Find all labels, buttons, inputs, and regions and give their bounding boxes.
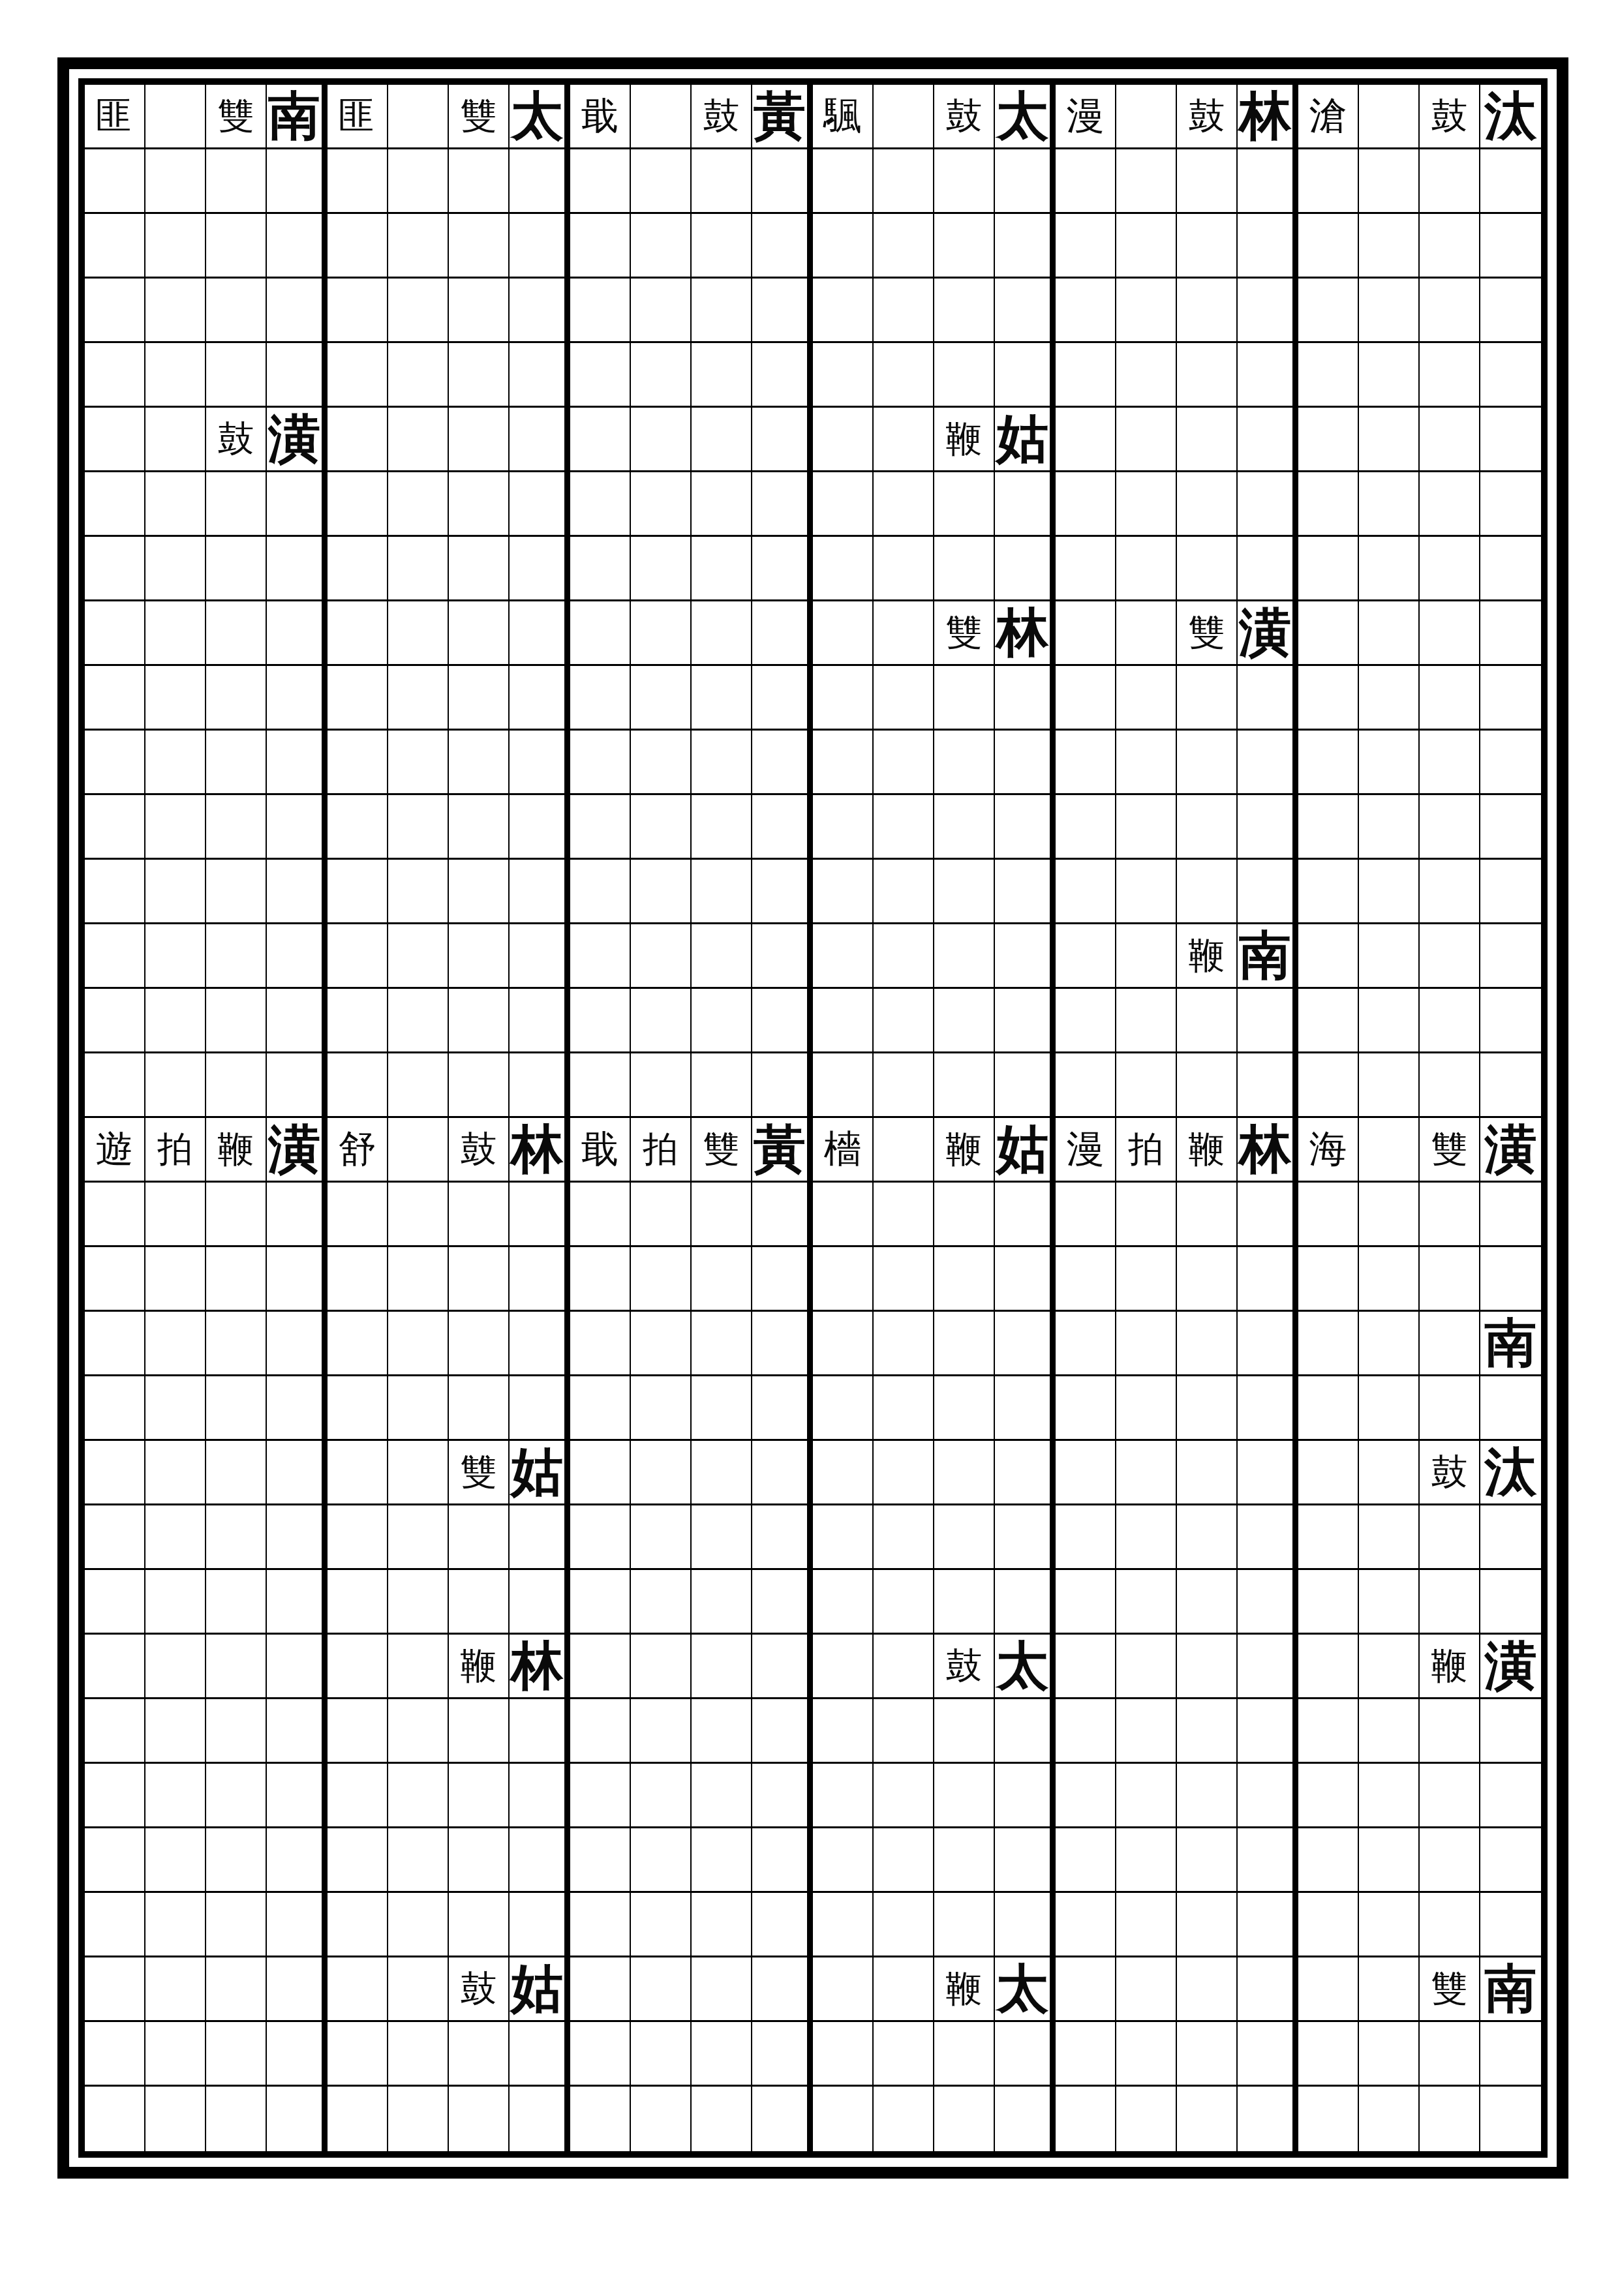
jeonggan-cell xyxy=(449,731,510,795)
jeonggan-cell xyxy=(145,1699,206,1764)
jeonggan-cell xyxy=(145,1505,206,1570)
jeonggan-cell: 雙 xyxy=(934,601,995,666)
jeonggan-cell xyxy=(1298,1635,1359,1699)
jeonggan-cell xyxy=(813,1376,874,1441)
jeonggan-cell xyxy=(631,85,692,149)
jeonggan-cell xyxy=(1056,2022,1116,2087)
yul-glyph: 汰 xyxy=(1485,90,1537,142)
jeonggan-cell xyxy=(1420,343,1480,408)
jeonggan-cell xyxy=(631,924,692,989)
jeonggan-cell xyxy=(752,1764,813,1828)
jeonggan-cell xyxy=(1116,989,1177,1053)
jeonggan-cell xyxy=(1177,279,1238,343)
jeonggan-cell xyxy=(570,408,631,472)
jeonggan-cell xyxy=(510,279,570,343)
jeonggan-cell xyxy=(995,731,1056,795)
jeonggan-cell xyxy=(934,1505,995,1570)
jeonggan-cell xyxy=(1177,1828,1238,1893)
jeonggan-cell xyxy=(145,1247,206,1312)
jeonggan-cell xyxy=(510,1312,570,1376)
jeonggan-cell xyxy=(145,1053,206,1118)
jeonggan-cell xyxy=(206,795,267,860)
jeonggan-cell xyxy=(1116,537,1177,601)
jeonggan-cell xyxy=(328,1699,388,1764)
jeonggan-cell: 颿 xyxy=(813,85,874,149)
jeonggan-cell xyxy=(85,214,145,279)
yul-glyph: 林 xyxy=(511,1123,563,1175)
jeonggan-cell xyxy=(1056,1183,1116,1247)
jeonggan-cell xyxy=(995,1376,1056,1441)
jeonggan-cell xyxy=(206,1893,267,1957)
jeonggan-cell xyxy=(570,666,631,731)
inner-frame: 匪雙南匪雙太戢鼓黃颿鼓太漫鼓林滄鼓汰鼓潢鞭姑雙林雙潢鞭南遊拍鞭潢舒鼓林戢拍雙黃檣… xyxy=(78,78,1548,2158)
jeonggan-cell xyxy=(206,537,267,601)
jeonggan-cell xyxy=(449,343,510,408)
jeonggan-cell xyxy=(388,472,449,537)
jeonggan-cell xyxy=(1238,1699,1298,1764)
jeonggan-cell: 雙 xyxy=(206,85,267,149)
jeonggan-cell xyxy=(995,537,1056,601)
jeonggan-cell xyxy=(449,1893,510,1957)
yul-glyph: 太 xyxy=(511,90,563,142)
jeonggan-cell xyxy=(1238,1376,1298,1441)
jeonggan-cell xyxy=(1116,149,1177,214)
jeonggan-cell xyxy=(813,1828,874,1893)
jeonggan-cell xyxy=(752,149,813,214)
jeonggan-cell: 鼓 xyxy=(1420,1441,1480,1505)
jeonggan-cell xyxy=(1116,1764,1177,1828)
jeonggan-cell xyxy=(570,989,631,1053)
jeonggan-cell xyxy=(206,2022,267,2087)
jeonggan-cell xyxy=(1298,1764,1359,1828)
jeonggan-cell xyxy=(388,149,449,214)
jeonggan-cell xyxy=(510,1764,570,1828)
jeonggan-cell xyxy=(874,860,934,924)
jeonggan-cell xyxy=(388,1505,449,1570)
jeonggan-cell xyxy=(1056,1505,1116,1570)
jeonggan-cell xyxy=(85,149,145,214)
janggu-glyph: 雙 xyxy=(1189,614,1225,651)
jeonggan-cell xyxy=(1238,666,1298,731)
jeonggan-cell xyxy=(570,731,631,795)
jeonggan-cell xyxy=(631,343,692,408)
janggu-glyph: 鼓 xyxy=(703,98,740,134)
jeonggan-cell xyxy=(206,1764,267,1828)
jeonggan-cell xyxy=(631,149,692,214)
jeonggan-cell xyxy=(1480,472,1541,537)
jeonggan-cell xyxy=(449,1570,510,1635)
jeonggan-cell xyxy=(995,1441,1056,1505)
jeonggan-cell xyxy=(1420,1764,1480,1828)
jeonggan-cell xyxy=(85,1183,145,1247)
jeonggan-cell xyxy=(510,731,570,795)
jeonggan-cell xyxy=(752,2022,813,2087)
jeonggan-cell xyxy=(388,1635,449,1699)
jeonggan-cell xyxy=(267,860,328,924)
jeonggan-cell xyxy=(631,1247,692,1312)
jeonggan-cell xyxy=(874,408,934,472)
jeonggan-cell xyxy=(510,2022,570,2087)
jeonggan-cell xyxy=(1359,1957,1420,2022)
jeonggan-cell xyxy=(1298,2087,1359,2151)
janggu-glyph: 鼓 xyxy=(946,98,983,134)
jeonggan-cell xyxy=(1480,1699,1541,1764)
jeonggan-cell xyxy=(449,1376,510,1441)
jeonggan-cell xyxy=(752,537,813,601)
jeonggan-cell xyxy=(813,408,874,472)
yul-glyph: 南 xyxy=(1239,929,1291,982)
jeonggan-cell xyxy=(1298,1441,1359,1505)
jeonggan-cell xyxy=(145,149,206,214)
jeonggan-cell: 鞭 xyxy=(1177,924,1238,989)
jeonggan-cell xyxy=(1359,989,1420,1053)
jeonggan-cell xyxy=(1359,666,1420,731)
jeonggan-cell xyxy=(1116,1828,1177,1893)
jeonggan-cell xyxy=(328,1635,388,1699)
jeonggan-cell xyxy=(934,1570,995,1635)
jeonggan-cell xyxy=(934,795,995,860)
jeonggan-cell xyxy=(85,537,145,601)
jeonggan-cell xyxy=(206,1635,267,1699)
jeonggan-cell xyxy=(85,1699,145,1764)
lyric-glyph: 舒 xyxy=(339,1130,376,1168)
jeonggan-cell xyxy=(1480,2022,1541,2087)
jeonggan-cell xyxy=(388,989,449,1053)
jeonggan-cell xyxy=(1480,860,1541,924)
jeonggan-cell xyxy=(328,472,388,537)
janggu-glyph: 鼓 xyxy=(946,1648,983,1684)
jeonggan-cell xyxy=(1116,1053,1177,1118)
jeonggan-cell xyxy=(1056,1764,1116,1828)
jeonggan-cell xyxy=(1420,2022,1480,2087)
jeonggan-cell xyxy=(328,1183,388,1247)
yul-glyph: 太 xyxy=(996,90,1048,142)
yul-glyph: 黃 xyxy=(754,1123,806,1175)
jeonggan-cell xyxy=(813,1635,874,1699)
jeonggan-cell xyxy=(692,1053,752,1118)
jeonggan-cell xyxy=(145,860,206,924)
jeonggan-cell xyxy=(874,924,934,989)
jeonggan-cell xyxy=(206,1183,267,1247)
jeonggan-cell xyxy=(692,1183,752,1247)
jeonggan-cell xyxy=(328,1570,388,1635)
jeonggan-cell xyxy=(510,1247,570,1312)
jeonggan-cell xyxy=(145,1893,206,1957)
jeonggan-cell xyxy=(692,1376,752,1441)
jeonggan-cell: 南 xyxy=(1238,924,1298,989)
jeonggan-cell xyxy=(874,537,934,601)
jeonggan-cell xyxy=(1480,1570,1541,1635)
yul-glyph: 林 xyxy=(1239,1123,1291,1175)
jeonggan-cell xyxy=(813,2022,874,2087)
jeonggan-cell xyxy=(449,666,510,731)
jeonggan-cell xyxy=(570,279,631,343)
lyric-glyph: 匪 xyxy=(339,97,376,135)
jeonggan-cell xyxy=(874,1699,934,1764)
jeonggan-cell xyxy=(267,214,328,279)
jeonggan-cell xyxy=(85,472,145,537)
jeonggan-cell xyxy=(874,1183,934,1247)
jeonggan-cell xyxy=(1298,1247,1359,1312)
jeonggan-cell xyxy=(449,601,510,666)
jeonggan-cell xyxy=(388,279,449,343)
jeonggan-cell xyxy=(995,924,1056,989)
jeonggan-cell xyxy=(1116,343,1177,408)
jeonggan-cell xyxy=(328,408,388,472)
jeonggan-cell xyxy=(934,1699,995,1764)
jeonggan-cell xyxy=(1238,1570,1298,1635)
jeonggan-cell xyxy=(145,2022,206,2087)
yul-glyph: 南 xyxy=(1485,1963,1537,2015)
jeonggan-cell xyxy=(752,1312,813,1376)
jeonggan-cell xyxy=(1238,149,1298,214)
jeonggan-cell xyxy=(1056,1828,1116,1893)
jeonggan-cell: 遊 xyxy=(85,1118,145,1183)
jeonggan-cell xyxy=(206,1828,267,1893)
jeonggan-cell xyxy=(85,1957,145,2022)
jeonggan-cell xyxy=(874,214,934,279)
jeonggan-cell xyxy=(813,1183,874,1247)
jeonggan-cell xyxy=(145,537,206,601)
jeonggan-cell xyxy=(206,1376,267,1441)
jeonggan-cell xyxy=(1420,989,1480,1053)
jeonggan-cell xyxy=(1056,472,1116,537)
jeonggan-cell xyxy=(1116,1699,1177,1764)
jeonggan-cell xyxy=(1238,1957,1298,2022)
jeonggan-cell: 戢 xyxy=(570,1118,631,1183)
jeonggan-cell xyxy=(1177,408,1238,472)
yul-glyph: 姑 xyxy=(996,1123,1048,1175)
jeonggan-cell xyxy=(449,1247,510,1312)
jeonggan-cell xyxy=(1116,731,1177,795)
jeonggan-cell xyxy=(1238,795,1298,860)
jeonggan-cell xyxy=(570,1441,631,1505)
jeonggan-cell xyxy=(145,795,206,860)
jeonggan-cell xyxy=(206,1957,267,2022)
jeonggan-cell xyxy=(328,666,388,731)
jeonggan-cell: 鼓 xyxy=(1420,85,1480,149)
jeonggan-cell xyxy=(874,731,934,795)
jeonggan-cell xyxy=(631,1635,692,1699)
yul-glyph: 林 xyxy=(996,607,1048,659)
jeonggan-cell xyxy=(752,860,813,924)
jeonggan-cell xyxy=(752,1183,813,1247)
jeonggan-cell xyxy=(1359,85,1420,149)
jeonggan-cell xyxy=(1177,1893,1238,1957)
jeonggan-cell xyxy=(631,1312,692,1376)
jeonggan-cell xyxy=(1056,666,1116,731)
jeonggan-cell xyxy=(570,214,631,279)
jeonggan-cell xyxy=(449,214,510,279)
jeonggan-cell xyxy=(570,537,631,601)
jeonggan-cell xyxy=(1116,924,1177,989)
jeonggan-cell xyxy=(1238,214,1298,279)
jeonggan-cell xyxy=(388,1118,449,1183)
jeonggan-cell: 漫 xyxy=(1056,85,1116,149)
jeonggan-cell xyxy=(874,989,934,1053)
jeonggan-cell xyxy=(510,1053,570,1118)
jeonggan-cell xyxy=(1116,1505,1177,1570)
jeonggan-cell xyxy=(874,795,934,860)
jeonggan-cell xyxy=(1056,1247,1116,1312)
jeonggan-cell xyxy=(752,1053,813,1118)
jeonggan-cell: 舒 xyxy=(328,1118,388,1183)
jeonggan-cell xyxy=(1116,214,1177,279)
jeonggan-cell xyxy=(934,343,995,408)
jeonggan-cell xyxy=(570,472,631,537)
jeonggan-cell xyxy=(813,1957,874,2022)
jeonggan-cell xyxy=(510,214,570,279)
jeonggan-cell: 太 xyxy=(995,85,1056,149)
jeonggan-cell xyxy=(1298,2022,1359,2087)
jeonggan-cell xyxy=(631,1183,692,1247)
jeonggan-cell xyxy=(267,1764,328,1828)
jeonggan-cell xyxy=(631,1570,692,1635)
jeonggan-cell xyxy=(1480,989,1541,1053)
jeonggan-cell xyxy=(874,1312,934,1376)
jeonggan-cell: 匪 xyxy=(328,85,388,149)
jeonggan-cell xyxy=(570,1505,631,1570)
jeonggan-cell xyxy=(631,860,692,924)
jeonggan-cell xyxy=(995,1505,1056,1570)
jeonggan-cell: 潢 xyxy=(1480,1635,1541,1699)
jeonggan-cell xyxy=(1177,1312,1238,1376)
jeonggan-cell xyxy=(1238,279,1298,343)
lyric-glyph: 檣 xyxy=(824,1130,862,1168)
jeonggan-cell xyxy=(1420,214,1480,279)
jeonggan-cell xyxy=(752,214,813,279)
jeonggan-cell xyxy=(510,989,570,1053)
jeonggan-cell xyxy=(388,85,449,149)
jeonggan-cell xyxy=(1359,472,1420,537)
jeonggan-cell xyxy=(1420,1312,1480,1376)
jeonggan-cell: 姑 xyxy=(995,1118,1056,1183)
jeonggan-cell xyxy=(1359,731,1420,795)
jeonggan-cell xyxy=(995,279,1056,343)
jeonggan-cell xyxy=(1359,1376,1420,1441)
jeonggan-cell: 鼓 xyxy=(206,408,267,472)
jeonggan-cell xyxy=(1359,1053,1420,1118)
jeonggan-cell xyxy=(1359,1570,1420,1635)
jeonggan-cell xyxy=(692,989,752,1053)
jeonggan-cell: 鞭 xyxy=(449,1635,510,1699)
jeonggan-cell xyxy=(1116,1183,1177,1247)
jeonggan-cell xyxy=(510,1828,570,1893)
jeonggan-cell xyxy=(449,1699,510,1764)
jeonggan-cell xyxy=(85,795,145,860)
jeonggan-cell xyxy=(206,1699,267,1764)
jeonggan-cell xyxy=(145,1828,206,1893)
jeonggan-cell xyxy=(1480,149,1541,214)
jeonggan-cell xyxy=(1359,2087,1420,2151)
jeonggan-cell: 南 xyxy=(1480,1957,1541,2022)
jeonggan-cell xyxy=(1238,1247,1298,1312)
jeonggan-cell xyxy=(1359,1893,1420,1957)
jeonggan-cell xyxy=(145,924,206,989)
jeonggan-cell xyxy=(267,1441,328,1505)
jeonggan-cell xyxy=(1480,666,1541,731)
jeonggan-cell xyxy=(1177,731,1238,795)
jeonggan-cell xyxy=(388,795,449,860)
janggu-glyph: 雙 xyxy=(1431,1131,1468,1168)
lyric-glyph: 戢 xyxy=(581,1130,619,1168)
jeonggan-cell xyxy=(1116,1441,1177,1505)
jeonggan-cell xyxy=(1420,1570,1480,1635)
jeonggan-cell xyxy=(206,860,267,924)
jeonggan-cell: 雙 xyxy=(449,85,510,149)
jeonggan-cell xyxy=(449,1183,510,1247)
jeonggan-cell xyxy=(1056,149,1116,214)
jeonggan-cell xyxy=(874,1505,934,1570)
jeonggan-cell xyxy=(1420,537,1480,601)
jeonggan-cell xyxy=(388,1247,449,1312)
jeonggan-cell xyxy=(1177,343,1238,408)
jeonggan-cell xyxy=(510,666,570,731)
jeonggan-cell xyxy=(934,860,995,924)
jeonggan-cell xyxy=(752,731,813,795)
jeonggan-cell xyxy=(1177,989,1238,1053)
janggu-glyph: 雙 xyxy=(1431,1971,1468,2007)
jeonggan-cell xyxy=(692,537,752,601)
jeonggan-cell xyxy=(692,279,752,343)
jeonggan-cell xyxy=(570,860,631,924)
jeonggan-cell xyxy=(328,731,388,795)
janggu-glyph: 鼓 xyxy=(1189,98,1225,134)
jeonggan-cell xyxy=(145,2087,206,2151)
jeonggan-cell xyxy=(813,214,874,279)
jeonggan-cell xyxy=(1420,1893,1480,1957)
jeonggan-cell: 林 xyxy=(510,1635,570,1699)
jeonggan-cell xyxy=(267,1893,328,1957)
jeonggan-cell xyxy=(388,408,449,472)
jeonggan-cell xyxy=(1480,1376,1541,1441)
jeonggan-cell: 汰 xyxy=(1480,85,1541,149)
jeonggan-cell xyxy=(1359,795,1420,860)
jeonggan-cell xyxy=(1359,1441,1420,1505)
jeonggan-cell xyxy=(85,1312,145,1376)
jeonggan-cell xyxy=(145,989,206,1053)
jeonggan-cell xyxy=(874,1828,934,1893)
jeonggan-cell xyxy=(813,860,874,924)
jeonggan-cell xyxy=(1238,2087,1298,2151)
jeonggan-cell xyxy=(1238,731,1298,795)
jeonggan-cell xyxy=(1056,1699,1116,1764)
jeonggan-cell xyxy=(1480,2087,1541,2151)
jeonggan-cell xyxy=(1480,1764,1541,1828)
jeonggan-cell xyxy=(692,601,752,666)
jeonggan-cell xyxy=(752,1441,813,1505)
janggu-glyph: 雙 xyxy=(461,98,497,134)
jeonggan-cell xyxy=(1359,1699,1420,1764)
jeonggan-cell xyxy=(1359,1312,1420,1376)
jeonggan-cell xyxy=(995,1053,1056,1118)
jeonggan-cell xyxy=(1359,860,1420,924)
jeonggan-cell xyxy=(449,1764,510,1828)
janggu-glyph: 鼓 xyxy=(1431,1454,1468,1490)
jeonggan-cell xyxy=(206,214,267,279)
jeonggan-cell xyxy=(85,408,145,472)
lyric-glyph: 漫 xyxy=(1067,97,1105,135)
jeonggan-cell: 戢 xyxy=(570,85,631,149)
jeonggan-cell xyxy=(510,472,570,537)
jeonggan-cell xyxy=(813,149,874,214)
jeonggan-cell xyxy=(995,1893,1056,1957)
janggu-glyph: 鼓 xyxy=(461,1131,497,1168)
jeonggan-cell xyxy=(692,1893,752,1957)
jeonggan-cell: 姑 xyxy=(510,1957,570,2022)
jeonggan-cell xyxy=(206,1247,267,1312)
jeonggan-cell xyxy=(510,1699,570,1764)
